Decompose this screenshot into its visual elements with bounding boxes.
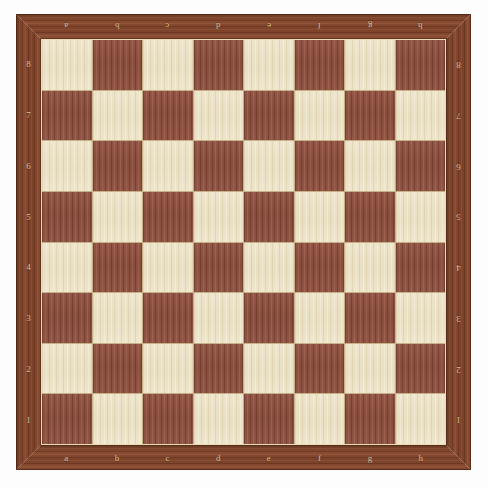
product-photo-background: abcdefgh abcdefgh 87654321 87654321 — [0, 0, 488, 488]
square-e4 — [244, 243, 294, 293]
square-c6 — [143, 141, 193, 191]
square-f5 — [295, 192, 345, 242]
square-a7 — [42, 91, 92, 141]
square-e7 — [244, 91, 294, 141]
board-frame-top — [16, 14, 471, 39]
square-b8 — [93, 40, 143, 90]
square-f4 — [295, 243, 345, 293]
playing-field — [41, 39, 446, 445]
square-d7 — [194, 91, 244, 141]
square-f2 — [295, 344, 345, 394]
square-f6 — [295, 141, 345, 191]
square-d2 — [194, 344, 244, 394]
square-g1 — [345, 394, 395, 444]
square-g8 — [345, 40, 395, 90]
square-e3 — [244, 293, 294, 343]
square-a2 — [42, 344, 92, 394]
square-h2 — [396, 344, 446, 394]
square-h8 — [396, 40, 446, 90]
square-d8 — [194, 40, 244, 90]
square-c2 — [143, 344, 193, 394]
square-e1 — [244, 394, 294, 444]
square-f3 — [295, 293, 345, 343]
square-c3 — [143, 293, 193, 343]
square-c4 — [143, 243, 193, 293]
square-c7 — [143, 91, 193, 141]
square-a4 — [42, 243, 92, 293]
square-b3 — [93, 293, 143, 343]
square-e8 — [244, 40, 294, 90]
square-d3 — [194, 293, 244, 343]
square-a1 — [42, 394, 92, 444]
square-d4 — [194, 243, 244, 293]
square-b5 — [93, 192, 143, 242]
square-f8 — [295, 40, 345, 90]
board-frame-left — [16, 14, 41, 470]
square-a5 — [42, 192, 92, 242]
square-d5 — [194, 192, 244, 242]
square-g2 — [345, 344, 395, 394]
square-g3 — [345, 293, 395, 343]
square-g5 — [345, 192, 395, 242]
square-b1 — [93, 394, 143, 444]
square-c5 — [143, 192, 193, 242]
square-b6 — [93, 141, 143, 191]
square-d6 — [194, 141, 244, 191]
board-frame-right — [446, 14, 471, 470]
board-grid — [42, 40, 445, 444]
square-b2 — [93, 344, 143, 394]
square-e5 — [244, 192, 294, 242]
square-d1 — [194, 394, 244, 444]
square-f1 — [295, 394, 345, 444]
square-e6 — [244, 141, 294, 191]
square-h6 — [396, 141, 446, 191]
square-b4 — [93, 243, 143, 293]
square-f7 — [295, 91, 345, 141]
square-e2 — [244, 344, 294, 394]
square-h1 — [396, 394, 446, 444]
square-h7 — [396, 91, 446, 141]
chess-board: abcdefgh abcdefgh 87654321 87654321 — [16, 14, 471, 470]
square-g6 — [345, 141, 395, 191]
square-a3 — [42, 293, 92, 343]
square-h4 — [396, 243, 446, 293]
square-a6 — [42, 141, 92, 191]
square-h3 — [396, 293, 446, 343]
square-c8 — [143, 40, 193, 90]
square-c1 — [143, 394, 193, 444]
square-g4 — [345, 243, 395, 293]
square-b7 — [93, 91, 143, 141]
square-a8 — [42, 40, 92, 90]
square-h5 — [396, 192, 446, 242]
board-frame-bottom — [16, 445, 471, 470]
square-g7 — [345, 91, 395, 141]
